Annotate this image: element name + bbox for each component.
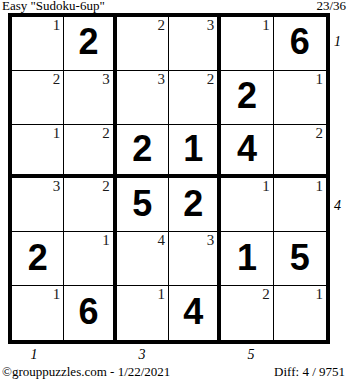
cell-r4c6[interactable]: 1 [274, 178, 326, 232]
cell-r4c2[interactable]: 2 [64, 178, 116, 232]
cell-corner-number: 1 [102, 232, 110, 248]
cell-r6c5[interactable]: 2 [221, 286, 273, 340]
cell-corner-number: 1 [157, 286, 165, 302]
cell-r2c5[interactable]: 2 [221, 71, 273, 125]
cell-r3c4[interactable]: 1 [169, 125, 221, 179]
col-band-label-3: 3 [132, 347, 152, 363]
cell-r6c1[interactable]: 1 [12, 286, 64, 340]
row-band-label-4: 4 [334, 198, 347, 214]
col-band-label-1: 1 [24, 347, 44, 363]
cell-corner-number: 3 [53, 178, 61, 194]
row-band-label-1: 1 [334, 34, 347, 50]
cell-value: 4 [237, 131, 257, 167]
cell-r2c2[interactable]: 3 [64, 71, 116, 125]
cell-r3c2[interactable]: 2 [64, 125, 116, 179]
cell-value: 5 [290, 240, 310, 276]
cell-r2c4[interactable]: 2 [169, 71, 221, 125]
cell-value: 1 [237, 240, 257, 276]
cell-corner-number: 3 [207, 232, 215, 248]
cell-r4c4[interactable]: 2 [169, 178, 221, 232]
cell-corner-number: 1 [262, 17, 270, 33]
cell-corner-number: 1 [315, 286, 323, 302]
col-band-label-5: 5 [241, 347, 261, 363]
cell-corner-number: 1 [53, 125, 61, 141]
cell-r5c2[interactable]: 1 [64, 232, 116, 286]
cell-corner-number: 1 [53, 17, 61, 33]
cell-r5c4[interactable]: 3 [169, 232, 221, 286]
cell-r3c3[interactable]: 2 [117, 125, 169, 179]
cell-corner-number: 3 [157, 71, 165, 87]
footer-difficulty: Diff: 4 / 9751 [274, 364, 345, 380]
cell-corner-number: 2 [102, 125, 110, 141]
cell-r3c1[interactable]: 1 [12, 125, 64, 179]
cell-value: 2 [237, 78, 257, 114]
cell-r5c1[interactable]: 2 [12, 232, 64, 286]
cell-value: 2 [183, 186, 203, 222]
cell-r1c5[interactable]: 1 [221, 17, 273, 71]
cell-corner-number: 2 [102, 178, 110, 194]
cell-r6c2[interactable]: 6 [64, 286, 116, 340]
cell-corner-number: 1 [315, 178, 323, 194]
cell-value: 4 [183, 294, 203, 330]
cell-r5c6[interactable]: 5 [274, 232, 326, 286]
cell-r1c1[interactable]: 1 [12, 17, 64, 71]
cell-value: 2 [132, 131, 152, 167]
cell-corner-number: 1 [53, 286, 61, 302]
cell-r2c6[interactable]: 1 [274, 71, 326, 125]
cell-r6c4[interactable]: 4 [169, 286, 221, 340]
cell-corner-number: 2 [262, 286, 270, 302]
cell-corner-number: 1 [262, 178, 270, 194]
cell-r2c3[interactable]: 3 [117, 71, 169, 125]
cell-r3c5[interactable]: 4 [221, 125, 273, 179]
cell-corner-number: 4 [157, 232, 165, 248]
cell-value: 1 [183, 131, 203, 167]
cell-r6c6[interactable]: 1 [274, 286, 326, 340]
cell-r6c3[interactable]: 1 [117, 286, 169, 340]
cell-corner-number: 2 [53, 71, 61, 87]
cell-r1c3[interactable]: 2 [117, 17, 169, 71]
cell-value: 5 [132, 186, 152, 222]
cell-r1c2[interactable]: 2 [64, 17, 116, 71]
sudoku-board: 122316233221122142325211214315161421 [8, 13, 330, 344]
cell-r4c1[interactable]: 3 [12, 178, 64, 232]
cell-corner-number: 3 [207, 17, 215, 33]
cell-value: 6 [290, 24, 310, 60]
cell-value: 6 [78, 294, 98, 330]
cell-r4c3[interactable]: 5 [117, 178, 169, 232]
puzzle-title: Easy "Sudoku-6up" [2, 0, 105, 14]
cell-corner-number: 2 [207, 71, 215, 87]
cell-r3c6[interactable]: 2 [274, 125, 326, 179]
cell-r2c1[interactable]: 2 [12, 71, 64, 125]
cell-corner-number: 1 [315, 71, 323, 87]
cell-value: 2 [78, 24, 98, 60]
puzzle-counter: 23/36 [316, 0, 346, 14]
cell-r1c6[interactable]: 6 [274, 17, 326, 71]
cell-r5c5[interactable]: 1 [221, 232, 273, 286]
cell-corner-number: 2 [315, 125, 323, 141]
cell-r1c4[interactable]: 3 [169, 17, 221, 71]
cell-corner-number: 2 [157, 17, 165, 33]
puzzle-page: Easy "Sudoku-6up" 23/36 1223162332211221… [0, 0, 347, 381]
footer-copyright: ©grouppuzzles.com - 1/22/2021 [2, 364, 170, 380]
cell-value: 2 [28, 240, 48, 276]
cell-corner-number: 3 [102, 71, 110, 87]
cell-r5c3[interactable]: 4 [117, 232, 169, 286]
cell-r4c5[interactable]: 1 [221, 178, 273, 232]
